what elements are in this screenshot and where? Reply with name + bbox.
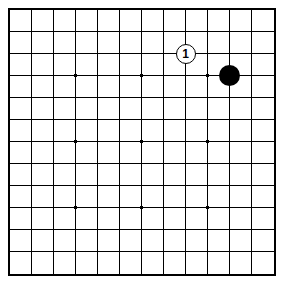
go-board-diagram: 1 — [0, 0, 285, 285]
star-point — [74, 206, 77, 209]
star-point — [74, 74, 77, 77]
star-point — [206, 140, 209, 143]
star-point — [140, 206, 143, 209]
star-point — [206, 74, 209, 77]
star-point — [140, 140, 143, 143]
white-stone-move-1: 1 — [176, 44, 196, 64]
black-stone — [219, 65, 240, 86]
board-overlay: 1 — [8, 8, 276, 276]
star-point — [140, 74, 143, 77]
star-point — [74, 140, 77, 143]
star-point — [206, 206, 209, 209]
